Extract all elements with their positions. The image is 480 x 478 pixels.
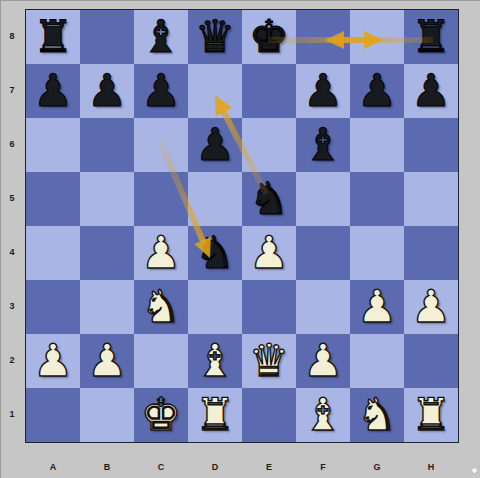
square-b8[interactable] [80,10,134,64]
square-g4[interactable] [350,226,404,280]
black-knight[interactable]: ♞ [249,172,289,226]
square-g5[interactable] [350,172,404,226]
file-label-e: E [242,462,296,472]
board-grid: ♜♝♛♚♜♟♟♟♟♟♟♟♝♞♟♞♟♞♟♟♟♟♝♛♟♚♜♝♞♜ [26,10,458,442]
white-bishop[interactable]: ♝ [303,388,343,442]
square-d3[interactable] [188,280,242,334]
square-h7[interactable]: ♟ [404,64,458,118]
white-pawn[interactable]: ♟ [249,226,289,280]
square-b6[interactable] [80,118,134,172]
file-label-c: C [134,462,188,472]
square-b1[interactable] [80,388,134,442]
black-pawn[interactable]: ♟ [303,64,343,118]
white-rook[interactable]: ♜ [411,388,451,442]
white-pawn[interactable]: ♟ [411,280,451,334]
square-c4[interactable]: ♟ [134,226,188,280]
white-knight[interactable]: ♞ [141,280,181,334]
file-labels: ABCDEFGH [25,462,459,476]
square-f8[interactable] [296,10,350,64]
white-pawn[interactable]: ♟ [141,226,181,280]
black-bishop[interactable]: ♝ [141,10,181,64]
square-e3[interactable] [242,280,296,334]
square-b5[interactable] [80,172,134,226]
square-a2[interactable]: ♟ [26,334,80,388]
square-h5[interactable] [404,172,458,226]
square-f4[interactable] [296,226,350,280]
square-b4[interactable] [80,226,134,280]
black-pawn[interactable]: ♟ [141,64,181,118]
square-a5[interactable] [26,172,80,226]
black-pawn[interactable]: ♟ [357,64,397,118]
white-pawn[interactable]: ♟ [33,334,73,388]
rank-label-4: 4 [1,247,23,257]
white-bishop[interactable]: ♝ [195,334,235,388]
rank-label-8: 8 [1,31,23,41]
square-d4[interactable]: ♞ [188,226,242,280]
white-pawn[interactable]: ♟ [87,334,127,388]
square-d5[interactable] [188,172,242,226]
square-d7[interactable] [188,64,242,118]
square-f2[interactable]: ♟ [296,334,350,388]
square-c3[interactable]: ♞ [134,280,188,334]
black-rook[interactable]: ♜ [411,10,451,64]
square-g2[interactable] [350,334,404,388]
square-g1[interactable]: ♞ [350,388,404,442]
square-b3[interactable] [80,280,134,334]
black-pawn[interactable]: ♟ [33,64,73,118]
square-h6[interactable] [404,118,458,172]
square-g7[interactable]: ♟ [350,64,404,118]
file-label-d: D [188,462,242,472]
black-king[interactable]: ♚ [249,10,289,64]
square-h3[interactable]: ♟ [404,280,458,334]
white-king[interactable]: ♚ [141,388,181,442]
file-label-a: A [26,462,80,472]
square-f6[interactable]: ♝ [296,118,350,172]
square-e5[interactable]: ♞ [242,172,296,226]
white-pawn[interactable]: ♟ [357,280,397,334]
chess-board: ♜♝♛♚♜♟♟♟♟♟♟♟♝♞♟♞♟♞♟♟♟♟♝♛♟♚♜♝♞♜ [25,9,459,443]
file-label-g: G [350,462,404,472]
square-c2[interactable] [134,334,188,388]
square-f3[interactable] [296,280,350,334]
square-d2[interactable]: ♝ [188,334,242,388]
square-a8[interactable]: ♜ [26,10,80,64]
square-a1[interactable] [26,388,80,442]
square-a3[interactable] [26,280,80,334]
square-e2[interactable]: ♛ [242,334,296,388]
rank-label-2: 2 [1,355,23,365]
resize-grip-dot [472,468,477,473]
square-f1[interactable]: ♝ [296,388,350,442]
square-e7[interactable] [242,64,296,118]
square-d6[interactable]: ♟ [188,118,242,172]
black-rook[interactable]: ♜ [33,10,73,64]
square-e1[interactable] [242,388,296,442]
rank-label-3: 3 [1,301,23,311]
white-queen[interactable]: ♛ [249,334,289,388]
black-knight[interactable]: ♞ [195,226,235,280]
file-label-h: H [404,462,458,472]
square-c7[interactable]: ♟ [134,64,188,118]
square-a4[interactable] [26,226,80,280]
square-h8[interactable]: ♜ [404,10,458,64]
black-pawn[interactable]: ♟ [195,118,235,172]
square-c5[interactable] [134,172,188,226]
file-label-b: B [80,462,134,472]
square-h1[interactable]: ♜ [404,388,458,442]
square-f5[interactable] [296,172,350,226]
white-pawn[interactable]: ♟ [303,334,343,388]
square-g6[interactable] [350,118,404,172]
white-knight[interactable]: ♞ [357,388,397,442]
white-rook[interactable]: ♜ [195,388,235,442]
black-pawn[interactable]: ♟ [411,64,451,118]
chess-gui-panel: 87654321 ♜♝♛♚♜♟♟♟♟♟♟♟♝♞♟♞♟♞♟♟♟♟♝♛♟♚♜♝♞♜ … [0,0,480,478]
black-pawn[interactable]: ♟ [87,64,127,118]
file-label-f: F [296,462,350,472]
black-queen[interactable]: ♛ [195,10,235,64]
rank-label-5: 5 [1,193,23,203]
square-h2[interactable] [404,334,458,388]
square-d8[interactable]: ♛ [188,10,242,64]
rank-label-7: 7 [1,85,23,95]
square-c1[interactable]: ♚ [134,388,188,442]
square-g8[interactable] [350,10,404,64]
square-e6[interactable] [242,118,296,172]
square-e4[interactable]: ♟ [242,226,296,280]
square-c8[interactable]: ♝ [134,10,188,64]
rank-labels: 87654321 [1,9,25,441]
square-b7[interactable]: ♟ [80,64,134,118]
black-bishop[interactable]: ♝ [303,118,343,172]
rank-label-6: 6 [1,139,23,149]
square-g3[interactable]: ♟ [350,280,404,334]
square-b2[interactable]: ♟ [80,334,134,388]
square-h4[interactable] [404,226,458,280]
square-a7[interactable]: ♟ [26,64,80,118]
rank-label-1: 1 [1,409,23,419]
square-a6[interactable] [26,118,80,172]
square-d1[interactable]: ♜ [188,388,242,442]
square-c6[interactable] [134,118,188,172]
square-e8[interactable]: ♚ [242,10,296,64]
square-f7[interactable]: ♟ [296,64,350,118]
